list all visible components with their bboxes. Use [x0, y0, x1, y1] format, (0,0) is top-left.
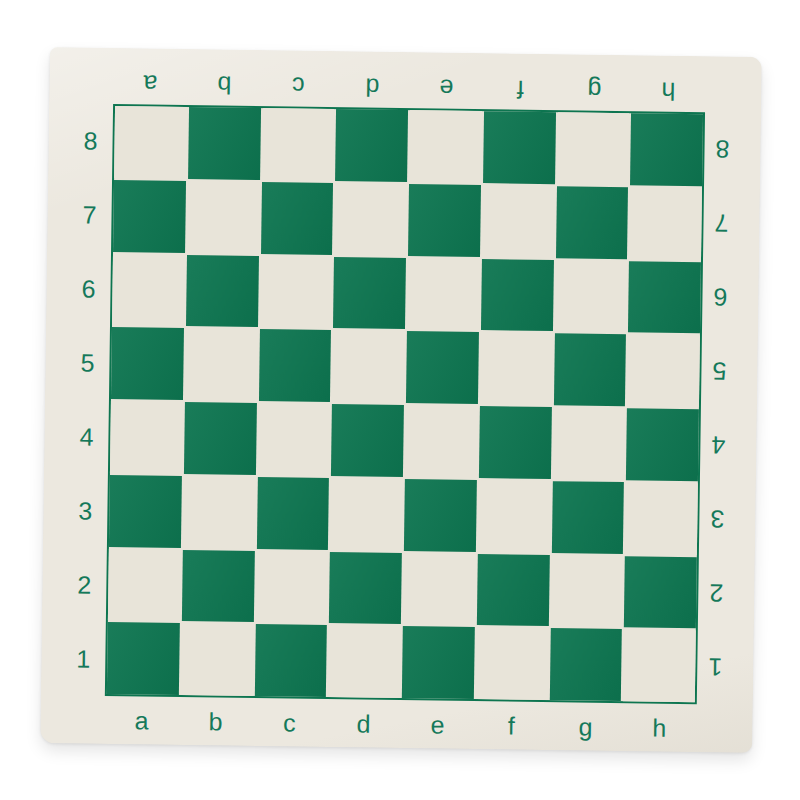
square-c7[interactable]	[261, 182, 334, 255]
coordinate-label-5: 5	[701, 334, 738, 408]
square-d4[interactable]	[331, 404, 404, 477]
coordinate-label-h: h	[631, 71, 706, 112]
coordinate-label-f: f	[474, 705, 549, 746]
square-f6[interactable]	[481, 259, 554, 332]
square-b8[interactable]	[188, 107, 261, 180]
square-b1[interactable]	[181, 623, 254, 696]
square-c5[interactable]	[258, 329, 331, 402]
square-a4[interactable]	[110, 401, 183, 474]
square-b6[interactable]	[186, 254, 259, 327]
square-c6[interactable]	[260, 256, 333, 329]
square-b3[interactable]	[183, 476, 256, 549]
square-f7[interactable]	[482, 185, 555, 258]
square-e7[interactable]	[408, 184, 481, 257]
coordinate-label-3: 3	[67, 473, 104, 547]
square-g3[interactable]	[551, 481, 624, 554]
square-b5[interactable]	[185, 328, 258, 401]
square-d6[interactable]	[333, 257, 406, 330]
coordinate-label-b: b	[187, 65, 262, 106]
square-h3[interactable]	[625, 482, 698, 555]
square-d3[interactable]	[330, 478, 403, 551]
square-e5[interactable]	[406, 331, 479, 404]
square-c3[interactable]	[256, 477, 329, 550]
square-f2[interactable]	[477, 554, 550, 627]
square-a1[interactable]	[107, 622, 180, 695]
square-g5[interactable]	[553, 333, 626, 406]
coordinate-label-6: 6	[70, 251, 107, 325]
coordinate-label-a: a	[104, 700, 179, 741]
square-c2[interactable]	[255, 550, 328, 623]
coordinate-label-8: 8	[72, 103, 109, 177]
photo-background: abcdefgh 87654321 87654321 abcdefgh	[0, 0, 800, 800]
coordinate-label-1: 1	[65, 621, 102, 695]
coordinate-label-e: e	[409, 68, 484, 109]
coordinate-label-2: 2	[698, 556, 735, 630]
square-e1[interactable]	[402, 626, 475, 699]
square-h2[interactable]	[624, 556, 697, 629]
chess-board	[105, 104, 705, 704]
square-d1[interactable]	[328, 625, 401, 698]
rank-labels-right: 87654321	[697, 112, 741, 704]
coordinate-label-c: c	[261, 66, 336, 107]
coordinate-label-8: 8	[704, 112, 741, 186]
coordinate-label-b: b	[178, 701, 253, 742]
coordinate-label-h: h	[622, 707, 697, 748]
square-c1[interactable]	[254, 624, 327, 697]
rank-labels-left: 87654321	[65, 103, 109, 695]
square-h4[interactable]	[626, 408, 699, 481]
coordinate-label-d: d	[326, 703, 401, 744]
coordinate-label-7: 7	[703, 186, 740, 260]
coordinate-label-d: d	[335, 67, 410, 108]
square-b2[interactable]	[182, 549, 255, 622]
square-d8[interactable]	[335, 109, 408, 182]
coordinate-label-5: 5	[69, 325, 106, 399]
file-labels-bottom: abcdefgh	[104, 700, 697, 748]
square-h5[interactable]	[627, 334, 700, 407]
square-g2[interactable]	[550, 555, 623, 628]
coordinate-label-6: 6	[702, 260, 739, 334]
coordinate-label-g: g	[548, 706, 623, 747]
square-d5[interactable]	[332, 330, 405, 403]
square-g6[interactable]	[554, 260, 627, 333]
square-h1[interactable]	[623, 629, 696, 702]
coordinate-label-4: 4	[68, 399, 105, 473]
square-g4[interactable]	[552, 407, 625, 480]
coordinate-label-3: 3	[699, 482, 736, 556]
square-f5[interactable]	[480, 332, 553, 405]
coordinate-label-c: c	[252, 702, 327, 743]
square-d2[interactable]	[329, 552, 402, 625]
square-h8[interactable]	[630, 113, 703, 186]
square-d7[interactable]	[334, 183, 407, 256]
square-b4[interactable]	[184, 402, 257, 475]
coordinate-label-7: 7	[71, 177, 108, 251]
square-c4[interactable]	[257, 403, 330, 476]
square-g1[interactable]	[549, 628, 622, 701]
coordinate-label-g: g	[557, 70, 632, 111]
chess-mat: abcdefgh 87654321 87654321 abcdefgh	[40, 47, 762, 753]
square-f4[interactable]	[479, 406, 552, 479]
square-a7[interactable]	[113, 180, 186, 253]
square-e2[interactable]	[403, 553, 476, 626]
square-c8[interactable]	[262, 108, 335, 181]
coordinate-label-4: 4	[700, 408, 737, 482]
square-f1[interactable]	[476, 627, 549, 700]
square-h7[interactable]	[629, 187, 702, 260]
square-g7[interactable]	[556, 186, 629, 259]
coordinate-label-a: a	[113, 64, 188, 105]
square-h6[interactable]	[628, 261, 701, 334]
coordinate-label-2: 2	[66, 547, 103, 621]
square-g8[interactable]	[557, 112, 630, 185]
square-f3[interactable]	[478, 480, 551, 553]
square-e6[interactable]	[407, 258, 480, 331]
coordinate-label-f: f	[483, 69, 558, 110]
square-f8[interactable]	[483, 111, 556, 184]
square-e8[interactable]	[409, 110, 482, 183]
coordinate-label-e: e	[400, 704, 475, 745]
square-a5[interactable]	[111, 327, 184, 400]
square-a2[interactable]	[108, 548, 181, 621]
square-a3[interactable]	[109, 475, 182, 548]
square-a8[interactable]	[114, 106, 187, 179]
coordinate-label-1: 1	[697, 630, 734, 704]
square-e4[interactable]	[405, 405, 478, 478]
square-a6[interactable]	[112, 253, 185, 326]
square-e3[interactable]	[404, 479, 477, 552]
square-b7[interactable]	[187, 181, 260, 254]
